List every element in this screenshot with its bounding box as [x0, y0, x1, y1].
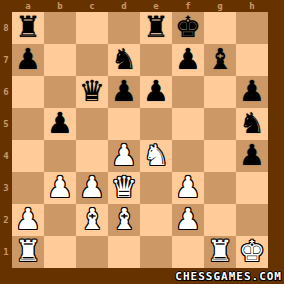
square-b8[interactable]: [44, 12, 76, 44]
white-pawn: ♟: [175, 204, 201, 235]
rank-label-2: 2: [0, 204, 12, 236]
rank-label-5: 5: [0, 108, 12, 140]
square-d8[interactable]: [108, 12, 140, 44]
white-rook: ♜: [207, 236, 233, 267]
square-c3[interactable]: ♟: [76, 172, 108, 204]
black-knight: ♞: [239, 108, 265, 139]
square-f1[interactable]: [172, 236, 204, 268]
black-queen: ♛: [79, 76, 105, 107]
square-c2[interactable]: ♝: [76, 204, 108, 236]
white-pawn: ♟: [175, 172, 201, 203]
square-f3[interactable]: ♟: [172, 172, 204, 204]
black-bishop: ♝: [207, 44, 233, 75]
white-bishop: ♝: [111, 204, 137, 235]
black-king: ♚: [175, 12, 201, 43]
white-queen: ♛: [111, 172, 137, 203]
square-g3[interactable]: [204, 172, 236, 204]
square-h8[interactable]: [236, 12, 268, 44]
square-a1[interactable]: ♜: [12, 236, 44, 268]
black-pawn: ♟: [239, 140, 265, 171]
square-e6[interactable]: ♟: [140, 76, 172, 108]
square-h4[interactable]: ♟: [236, 140, 268, 172]
file-label-h: h: [236, 0, 268, 12]
chess-board: ♜♜♚♟♞♟♝♛♟♟♟♟♞♟♞♟♟♟♛♟♟♝♝♟♜♜♚: [12, 12, 268, 268]
rank-label-3: 3: [0, 172, 12, 204]
square-f6[interactable]: [172, 76, 204, 108]
square-h2[interactable]: [236, 204, 268, 236]
square-b7[interactable]: [44, 44, 76, 76]
file-label-c: c: [76, 0, 108, 12]
black-pawn: ♟: [111, 76, 137, 107]
square-e8[interactable]: ♜: [140, 12, 172, 44]
white-pawn: ♟: [111, 140, 137, 171]
square-h7[interactable]: [236, 44, 268, 76]
square-c7[interactable]: [76, 44, 108, 76]
square-b1[interactable]: [44, 236, 76, 268]
square-f7[interactable]: ♟: [172, 44, 204, 76]
square-g6[interactable]: [204, 76, 236, 108]
rank-label-4: 4: [0, 140, 12, 172]
file-label-b: b: [44, 0, 76, 12]
square-d3[interactable]: ♛: [108, 172, 140, 204]
black-pawn: ♟: [143, 76, 169, 107]
black-pawn: ♟: [47, 108, 73, 139]
square-g4[interactable]: [204, 140, 236, 172]
square-b6[interactable]: [44, 76, 76, 108]
square-c8[interactable]: [76, 12, 108, 44]
square-d1[interactable]: [108, 236, 140, 268]
square-b3[interactable]: ♟: [44, 172, 76, 204]
file-label-g: g: [204, 0, 236, 12]
file-labels: abcdefgh: [12, 0, 268, 12]
square-d6[interactable]: ♟: [108, 76, 140, 108]
black-rook: ♜: [143, 12, 169, 43]
square-h3[interactable]: [236, 172, 268, 204]
rank-label-6: 6: [0, 76, 12, 108]
square-g5[interactable]: [204, 108, 236, 140]
rank-label-7: 7: [0, 44, 12, 76]
square-a5[interactable]: [12, 108, 44, 140]
square-c5[interactable]: [76, 108, 108, 140]
white-pawn: ♟: [79, 172, 105, 203]
square-a4[interactable]: [12, 140, 44, 172]
square-g7[interactable]: ♝: [204, 44, 236, 76]
square-a6[interactable]: [12, 76, 44, 108]
square-c4[interactable]: [76, 140, 108, 172]
black-knight: ♞: [111, 44, 137, 75]
white-pawn: ♟: [15, 204, 41, 235]
white-king: ♚: [239, 236, 265, 267]
square-d7[interactable]: ♞: [108, 44, 140, 76]
square-h5[interactable]: ♞: [236, 108, 268, 140]
square-c1[interactable]: [76, 236, 108, 268]
square-f8[interactable]: ♚: [172, 12, 204, 44]
square-f5[interactable]: [172, 108, 204, 140]
file-label-d: d: [108, 0, 140, 12]
square-d5[interactable]: [108, 108, 140, 140]
square-e5[interactable]: [140, 108, 172, 140]
file-label-a: a: [12, 0, 44, 12]
rank-label-8: 8: [0, 12, 12, 44]
square-b4[interactable]: [44, 140, 76, 172]
black-pawn: ♟: [239, 76, 265, 107]
square-d2[interactable]: ♝: [108, 204, 140, 236]
square-h6[interactable]: ♟: [236, 76, 268, 108]
square-e1[interactable]: [140, 236, 172, 268]
square-a7[interactable]: ♟: [12, 44, 44, 76]
square-h1[interactable]: ♚: [236, 236, 268, 268]
black-pawn: ♟: [175, 44, 201, 75]
white-rook: ♜: [15, 236, 41, 267]
square-f4[interactable]: [172, 140, 204, 172]
square-b2[interactable]: [44, 204, 76, 236]
square-g1[interactable]: ♜: [204, 236, 236, 268]
square-a2[interactable]: ♟: [12, 204, 44, 236]
rank-label-1: 1: [0, 236, 12, 268]
chess-board-diagram: abcdefgh 87654321 ♜♜♚♟♞♟♝♛♟♟♟♟♞♟♞♟♟♟♛♟♟♝…: [0, 0, 284, 284]
square-g2[interactable]: [204, 204, 236, 236]
black-pawn: ♟: [15, 44, 41, 75]
square-e7[interactable]: [140, 44, 172, 76]
square-d4[interactable]: ♟: [108, 140, 140, 172]
square-f2[interactable]: ♟: [172, 204, 204, 236]
square-g8[interactable]: [204, 12, 236, 44]
white-bishop: ♝: [79, 204, 105, 235]
white-pawn: ♟: [47, 172, 73, 203]
white-knight: ♞: [143, 140, 169, 171]
file-label-e: e: [140, 0, 172, 12]
square-a8[interactable]: ♜: [12, 12, 44, 44]
black-rook: ♜: [15, 12, 41, 43]
square-e4[interactable]: ♞: [140, 140, 172, 172]
square-e2[interactable]: [140, 204, 172, 236]
square-b5[interactable]: ♟: [44, 108, 76, 140]
square-c6[interactable]: ♛: [76, 76, 108, 108]
watermark-text: CHESSGAMES.COM: [175, 270, 282, 283]
file-label-f: f: [172, 0, 204, 12]
rank-labels: 87654321: [0, 12, 12, 268]
square-e3[interactable]: [140, 172, 172, 204]
square-a3[interactable]: [12, 172, 44, 204]
